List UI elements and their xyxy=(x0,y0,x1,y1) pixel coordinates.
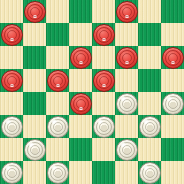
piece-highlight xyxy=(10,84,14,87)
square-r7c4[interactable] xyxy=(92,161,115,184)
piece-highlight xyxy=(79,61,83,64)
square-r2c1[interactable] xyxy=(23,46,46,69)
square-r7c1 xyxy=(23,161,46,184)
piece-highlight xyxy=(79,107,83,110)
piece-highlight xyxy=(52,166,57,170)
square-r5c2[interactable] xyxy=(46,115,69,138)
square-r4c5[interactable] xyxy=(115,92,138,115)
square-r7c7 xyxy=(161,161,184,184)
piece-highlight xyxy=(144,120,149,124)
square-r3c5 xyxy=(115,69,138,92)
square-r6c5[interactable] xyxy=(115,138,138,161)
square-r2c4 xyxy=(92,46,115,69)
piece-highlight xyxy=(33,15,37,18)
square-r5c1 xyxy=(23,115,46,138)
white-piece[interactable] xyxy=(139,116,161,138)
square-r6c6 xyxy=(138,138,161,161)
square-r3c2[interactable] xyxy=(46,69,69,92)
white-piece[interactable] xyxy=(162,93,184,115)
square-r4c3[interactable] xyxy=(69,92,92,115)
piece-highlight xyxy=(121,97,126,101)
red-piece[interactable] xyxy=(24,1,46,23)
square-r0c6 xyxy=(138,0,161,23)
square-r3c4[interactable] xyxy=(92,69,115,92)
square-r6c3[interactable] xyxy=(69,138,92,161)
square-r4c6 xyxy=(138,92,161,115)
square-r7c2[interactable] xyxy=(46,161,69,184)
piece-highlight xyxy=(29,143,34,147)
white-piece[interactable] xyxy=(139,162,161,184)
white-piece[interactable] xyxy=(47,116,69,138)
red-piece[interactable] xyxy=(47,70,69,92)
square-r0c1[interactable] xyxy=(23,0,46,23)
square-r2c3[interactable] xyxy=(69,46,92,69)
piece-highlight xyxy=(56,84,60,87)
square-r4c2 xyxy=(46,92,69,115)
square-r7c0[interactable] xyxy=(0,161,23,184)
square-r7c3 xyxy=(69,161,92,184)
square-r6c2 xyxy=(46,138,69,161)
piece-highlight xyxy=(98,120,103,124)
square-r5c6[interactable] xyxy=(138,115,161,138)
piece-highlight xyxy=(102,38,106,41)
piece-highlight xyxy=(171,61,175,64)
square-r2c5[interactable] xyxy=(115,46,138,69)
white-piece[interactable] xyxy=(116,139,138,161)
square-r3c6[interactable] xyxy=(138,69,161,92)
piece-highlight xyxy=(6,166,11,170)
square-r1c5 xyxy=(115,23,138,46)
square-r3c7 xyxy=(161,69,184,92)
white-piece[interactable] xyxy=(116,93,138,115)
square-r3c0[interactable] xyxy=(0,69,23,92)
red-piece[interactable] xyxy=(70,93,92,115)
red-piece[interactable] xyxy=(162,47,184,69)
square-r1c7 xyxy=(161,23,184,46)
red-piece[interactable] xyxy=(1,24,23,46)
piece-highlight xyxy=(6,120,11,124)
square-r5c7 xyxy=(161,115,184,138)
square-r3c1 xyxy=(23,69,46,92)
red-piece[interactable] xyxy=(93,24,115,46)
red-piece[interactable] xyxy=(116,47,138,69)
piece-highlight xyxy=(121,143,126,147)
square-r5c0[interactable] xyxy=(0,115,23,138)
square-r5c4[interactable] xyxy=(92,115,115,138)
red-piece[interactable] xyxy=(1,70,23,92)
square-r5c5 xyxy=(115,115,138,138)
square-r0c0 xyxy=(0,0,23,23)
white-piece[interactable] xyxy=(24,139,46,161)
square-r1c0[interactable] xyxy=(0,23,23,46)
checkers-board xyxy=(0,0,184,184)
square-r7c5 xyxy=(115,161,138,184)
square-r1c4[interactable] xyxy=(92,23,115,46)
piece-highlight xyxy=(102,84,106,87)
square-r6c4 xyxy=(92,138,115,161)
square-r4c1[interactable] xyxy=(23,92,46,115)
square-r6c0 xyxy=(0,138,23,161)
white-piece[interactable] xyxy=(47,162,69,184)
square-r2c0 xyxy=(0,46,23,69)
square-r1c3 xyxy=(69,23,92,46)
piece-highlight xyxy=(10,38,14,41)
square-r3c3 xyxy=(69,69,92,92)
square-r0c3[interactable] xyxy=(69,0,92,23)
square-r0c5[interactable] xyxy=(115,0,138,23)
white-piece[interactable] xyxy=(1,116,23,138)
piece-highlight xyxy=(52,120,57,124)
square-r6c7[interactable] xyxy=(161,138,184,161)
square-r1c6[interactable] xyxy=(138,23,161,46)
square-r4c4 xyxy=(92,92,115,115)
square-r2c2 xyxy=(46,46,69,69)
square-r2c7[interactable] xyxy=(161,46,184,69)
piece-highlight xyxy=(125,15,129,18)
square-r5c3 xyxy=(69,115,92,138)
square-r0c2 xyxy=(46,0,69,23)
square-r4c0 xyxy=(0,92,23,115)
square-r2c6 xyxy=(138,46,161,69)
red-piece[interactable] xyxy=(70,47,92,69)
square-r0c7[interactable] xyxy=(161,0,184,23)
square-r4c7[interactable] xyxy=(161,92,184,115)
piece-highlight xyxy=(167,97,172,101)
square-r1c2[interactable] xyxy=(46,23,69,46)
square-r6c1[interactable] xyxy=(23,138,46,161)
square-r0c4 xyxy=(92,0,115,23)
square-r1c1 xyxy=(23,23,46,46)
red-piece[interactable] xyxy=(116,1,138,23)
piece-highlight xyxy=(144,166,149,170)
white-piece[interactable] xyxy=(93,116,115,138)
red-piece[interactable] xyxy=(93,70,115,92)
white-piece[interactable] xyxy=(1,162,23,184)
piece-highlight xyxy=(125,61,129,64)
square-r7c6[interactable] xyxy=(138,161,161,184)
